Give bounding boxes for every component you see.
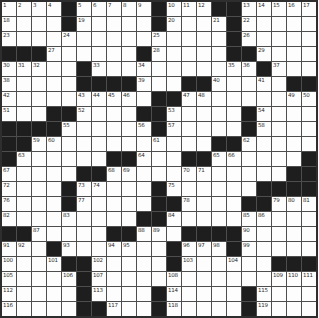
cell-r18-c17[interactable]: [257, 272, 271, 286]
cell-r1-c19[interactable]: [287, 17, 301, 31]
cell-r17-c16[interactable]: [242, 257, 256, 271]
cell-r16-c16[interactable]: 99: [242, 242, 256, 256]
cell-r8-c14[interactable]: [212, 122, 226, 136]
cell-r19-c9[interactable]: [137, 287, 151, 301]
cell-r3-c14[interactable]: [212, 47, 226, 61]
cell-r16-c9[interactable]: [137, 242, 151, 256]
cell-r15-c2[interactable]: 87: [32, 227, 46, 241]
cell-r7-c2[interactable]: [32, 107, 46, 121]
cell-r8-c11[interactable]: 57: [167, 122, 181, 136]
cell-r7-c14[interactable]: [212, 107, 226, 121]
cell-r2-c20[interactable]: [302, 32, 316, 46]
cell-r6-c8[interactable]: 46: [122, 92, 136, 106]
cell-r11-c10[interactable]: [152, 167, 166, 181]
cell-r2-c10[interactable]: 25: [152, 32, 166, 46]
cell-r0-c7[interactable]: 7: [107, 2, 121, 16]
cell-r2-c9[interactable]: [137, 32, 151, 46]
cell-r13-c20[interactable]: 81: [302, 197, 316, 211]
cell-r18-c7[interactable]: [107, 272, 121, 286]
cell-r12-c7[interactable]: [107, 182, 121, 196]
cell-r14-c19[interactable]: [287, 212, 301, 226]
cell-r20-c11[interactable]: 118: [167, 302, 181, 316]
cell-r3-c19[interactable]: [287, 47, 301, 61]
cell-r9-c11[interactable]: [167, 137, 181, 151]
cell-r15-c4[interactable]: [62, 227, 76, 241]
cell-r6-c15[interactable]: [227, 92, 241, 106]
cell-r0-c9[interactable]: 9: [137, 2, 151, 16]
cell-r4-c18[interactable]: 37: [272, 62, 286, 76]
cell-r18-c6[interactable]: 107: [92, 272, 106, 286]
cell-r13-c1[interactable]: [17, 197, 31, 211]
cell-r16-c4[interactable]: 93: [62, 242, 76, 256]
cell-r19-c14[interactable]: [212, 287, 226, 301]
cell-r16-c6[interactable]: [92, 242, 106, 256]
cell-r10-c2[interactable]: [32, 152, 46, 166]
cell-r20-c15[interactable]: [227, 302, 241, 316]
cell-r9-c5[interactable]: [77, 137, 91, 151]
cell-r6-c6[interactable]: 44: [92, 92, 106, 106]
cell-r7-c11[interactable]: 53: [167, 107, 181, 121]
cell-r2-c2[interactable]: [32, 32, 46, 46]
cell-r2-c6[interactable]: [92, 32, 106, 46]
cell-r17-c3[interactable]: 101: [47, 257, 61, 271]
cell-r13-c13[interactable]: [197, 197, 211, 211]
cell-r8-c6[interactable]: [92, 122, 106, 136]
cell-r11-c3[interactable]: [47, 167, 61, 181]
cell-r14-c2[interactable]: [32, 212, 46, 226]
cell-r15-c6[interactable]: [92, 227, 106, 241]
cell-r12-c8[interactable]: [122, 182, 136, 196]
cell-r18-c20[interactable]: 111: [302, 272, 316, 286]
cell-r7-c17[interactable]: 54: [257, 107, 271, 121]
cell-r0-c19[interactable]: 16: [287, 2, 301, 16]
cell-r7-c12[interactable]: [182, 107, 196, 121]
cell-r11-c1[interactable]: [17, 167, 31, 181]
cell-r9-c4[interactable]: [62, 137, 76, 151]
cell-r14-c4[interactable]: 83: [62, 212, 76, 226]
cell-r4-c6[interactable]: 33: [92, 62, 106, 76]
cell-r10-c18[interactable]: [272, 152, 286, 166]
cell-r1-c13[interactable]: [197, 17, 211, 31]
cell-r16-c13[interactable]: 97: [197, 242, 211, 256]
cell-r9-c2[interactable]: 59: [32, 137, 46, 151]
cell-r7-c20[interactable]: [302, 107, 316, 121]
cell-r18-c9[interactable]: [137, 272, 151, 286]
cell-r6-c18[interactable]: [272, 92, 286, 106]
cell-r17-c9[interactable]: [137, 257, 151, 271]
cell-r6-c14[interactable]: [212, 92, 226, 106]
cell-r5-c9[interactable]: 39: [137, 77, 151, 91]
cell-r3-c13[interactable]: [197, 47, 211, 61]
cell-r4-c2[interactable]: 32: [32, 62, 46, 76]
cell-r19-c6[interactable]: 113: [92, 287, 106, 301]
cell-r9-c10[interactable]: 61: [152, 137, 166, 151]
cell-r1-c1[interactable]: [17, 17, 31, 31]
cell-r20-c1[interactable]: [17, 302, 31, 316]
cell-r17-c14[interactable]: [212, 257, 226, 271]
cell-r13-c3[interactable]: [47, 197, 61, 211]
cell-r15-c11[interactable]: [167, 227, 181, 241]
cell-r9-c20[interactable]: [302, 137, 316, 151]
cell-r0-c2[interactable]: 3: [32, 2, 46, 16]
cell-r0-c11[interactable]: 10: [167, 2, 181, 16]
cell-r3-c3[interactable]: 27: [47, 47, 61, 61]
cell-r19-c20[interactable]: [302, 287, 316, 301]
cell-r19-c2[interactable]: [32, 287, 46, 301]
cell-r5-c2[interactable]: [32, 77, 46, 91]
cell-r14-c11[interactable]: 84: [167, 212, 181, 226]
cell-r19-c1[interactable]: [17, 287, 31, 301]
cell-r10-c6[interactable]: [92, 152, 106, 166]
cell-r18-c10[interactable]: [152, 272, 166, 286]
cell-r16-c0[interactable]: 91: [2, 242, 16, 256]
cell-r5-c0[interactable]: 38: [2, 77, 16, 91]
cell-r10-c9[interactable]: 64: [137, 152, 151, 166]
cell-r3-c18[interactable]: [272, 47, 286, 61]
cell-r12-c12[interactable]: [182, 182, 196, 196]
cell-r7-c18[interactable]: [272, 107, 286, 121]
cell-r5-c15[interactable]: [227, 77, 241, 91]
cell-r1-c20[interactable]: [302, 17, 316, 31]
cell-r13-c9[interactable]: [137, 197, 151, 211]
cell-r17-c15[interactable]: 104: [227, 257, 241, 271]
cell-r11-c2[interactable]: [32, 167, 46, 181]
cell-r8-c12[interactable]: [182, 122, 196, 136]
cell-r9-c19[interactable]: [287, 137, 301, 151]
cell-r6-c0[interactable]: 42: [2, 92, 16, 106]
cell-r6-c5[interactable]: 43: [77, 92, 91, 106]
cell-r20-c7[interactable]: 117: [107, 302, 121, 316]
cell-r15-c16[interactable]: 90: [242, 227, 256, 241]
cell-r10-c3[interactable]: [47, 152, 61, 166]
cell-r1-c16[interactable]: 22: [242, 17, 256, 31]
cell-r7-c7[interactable]: [107, 107, 121, 121]
cell-r9-c18[interactable]: [272, 137, 286, 151]
cell-r11-c15[interactable]: [227, 167, 241, 181]
cell-r3-c6[interactable]: [92, 47, 106, 61]
cell-r15-c5[interactable]: [77, 227, 91, 241]
cell-r7-c8[interactable]: [122, 107, 136, 121]
cell-r14-c0[interactable]: 82: [2, 212, 16, 226]
cell-r20-c4[interactable]: [62, 302, 76, 316]
cell-r6-c19[interactable]: 49: [287, 92, 301, 106]
cell-r9-c6[interactable]: [92, 137, 106, 151]
cell-r16-c14[interactable]: 98: [212, 242, 226, 256]
cell-r16-c17[interactable]: [257, 242, 271, 256]
cell-r14-c5[interactable]: [77, 212, 91, 226]
cell-r17-c7[interactable]: [107, 257, 121, 271]
cell-r14-c18[interactable]: [272, 212, 286, 226]
cell-r2-c14[interactable]: [212, 32, 226, 46]
cell-r12-c2[interactable]: [32, 182, 46, 196]
cell-r1-c12[interactable]: [182, 17, 196, 31]
cell-r0-c3[interactable]: 4: [47, 2, 61, 16]
cell-r9-c12[interactable]: [182, 137, 196, 151]
cell-r6-c17[interactable]: [257, 92, 271, 106]
cell-r16-c5[interactable]: [77, 242, 91, 256]
cell-r5-c4[interactable]: [62, 77, 76, 91]
cell-r10-c5[interactable]: [77, 152, 91, 166]
cell-r1-c7[interactable]: [107, 17, 121, 31]
cell-r10-c10[interactable]: [152, 152, 166, 166]
cell-r2-c7[interactable]: [107, 32, 121, 46]
cell-r1-c9[interactable]: [137, 17, 151, 31]
cell-r20-c3[interactable]: [47, 302, 61, 316]
cell-r6-c9[interactable]: [137, 92, 151, 106]
cell-r20-c17[interactable]: 119: [257, 302, 271, 316]
cell-r9-c7[interactable]: [107, 137, 121, 151]
cell-r14-c16[interactable]: 85: [242, 212, 256, 226]
cell-r3-c10[interactable]: 28: [152, 47, 166, 61]
cell-r19-c4[interactable]: [62, 287, 76, 301]
cell-r8-c20[interactable]: [302, 122, 316, 136]
cell-r1-c3[interactable]: [47, 17, 61, 31]
cell-r0-c6[interactable]: 6: [92, 2, 106, 16]
cell-r10-c17[interactable]: [257, 152, 271, 166]
cell-r8-c7[interactable]: [107, 122, 121, 136]
cell-r17-c6[interactable]: 102: [92, 257, 106, 271]
cell-r2-c8[interactable]: [122, 32, 136, 46]
cell-r13-c15[interactable]: [227, 197, 241, 211]
cell-r16-c2[interactable]: [32, 242, 46, 256]
cell-r14-c1[interactable]: [17, 212, 31, 226]
cell-r2-c3[interactable]: [47, 32, 61, 46]
cell-r3-c8[interactable]: [122, 47, 136, 61]
cell-r18-c16[interactable]: [242, 272, 256, 286]
cell-r18-c11[interactable]: 108: [167, 272, 181, 286]
cell-r17-c1[interactable]: [17, 257, 31, 271]
cell-r10-c4[interactable]: [62, 152, 76, 166]
cell-r9-c16[interactable]: 62: [242, 137, 256, 151]
cell-r0-c0[interactable]: 1: [2, 2, 16, 16]
cell-r13-c8[interactable]: [122, 197, 136, 211]
cell-r5-c14[interactable]: 40: [212, 77, 226, 91]
cell-r11-c13[interactable]: 71: [197, 167, 211, 181]
cell-r16-c18[interactable]: [272, 242, 286, 256]
cell-r8-c18[interactable]: [272, 122, 286, 136]
cell-r12-c9[interactable]: [137, 182, 151, 196]
cell-r11-c11[interactable]: [167, 167, 181, 181]
cell-r17-c2[interactable]: [32, 257, 46, 271]
cell-r8-c15[interactable]: [227, 122, 241, 136]
cell-r8-c13[interactable]: [197, 122, 211, 136]
cell-r14-c7[interactable]: [107, 212, 121, 226]
cell-r20-c9[interactable]: [137, 302, 151, 316]
cell-r4-c19[interactable]: [287, 62, 301, 76]
cell-r6-c16[interactable]: [242, 92, 256, 106]
cell-r4-c10[interactable]: [152, 62, 166, 76]
cell-r13-c0[interactable]: 76: [2, 197, 16, 211]
cell-r1-c0[interactable]: 18: [2, 17, 16, 31]
cell-r4-c15[interactable]: 35: [227, 62, 241, 76]
cell-r7-c6[interactable]: [92, 107, 106, 121]
cell-r18-c15[interactable]: [227, 272, 241, 286]
cell-r11-c8[interactable]: 69: [122, 167, 136, 181]
cell-r2-c19[interactable]: [287, 32, 301, 46]
cell-r4-c8[interactable]: [122, 62, 136, 76]
cell-r20-c19[interactable]: [287, 302, 301, 316]
cell-r6-c12[interactable]: 47: [182, 92, 196, 106]
cell-r4-c12[interactable]: [182, 62, 196, 76]
cell-r12-c5[interactable]: 73: [77, 182, 91, 196]
cell-r17-c13[interactable]: [197, 257, 211, 271]
cell-r5-c16[interactable]: [242, 77, 256, 91]
cell-r5-c3[interactable]: [47, 77, 61, 91]
cell-r9-c9[interactable]: [137, 137, 151, 151]
cell-r1-c11[interactable]: 20: [167, 17, 181, 31]
cell-r13-c6[interactable]: [92, 197, 106, 211]
cell-r12-c16[interactable]: [242, 182, 256, 196]
cell-r12-c1[interactable]: [17, 182, 31, 196]
cell-r5-c17[interactable]: 41: [257, 77, 271, 91]
cell-r4-c0[interactable]: 30: [2, 62, 16, 76]
cell-r12-c14[interactable]: [212, 182, 226, 196]
cell-r18-c13[interactable]: [197, 272, 211, 286]
cell-r0-c5[interactable]: 5: [77, 2, 91, 16]
cell-r19-c15[interactable]: [227, 287, 241, 301]
cell-r2-c12[interactable]: [182, 32, 196, 46]
cell-r13-c18[interactable]: 79: [272, 197, 286, 211]
cell-r0-c1[interactable]: 2: [17, 2, 31, 16]
cell-r10-c14[interactable]: 65: [212, 152, 226, 166]
cell-r14-c3[interactable]: [47, 212, 61, 226]
cell-r7-c1[interactable]: [17, 107, 31, 121]
cell-r9-c13[interactable]: [197, 137, 211, 151]
cell-r18-c14[interactable]: [212, 272, 226, 286]
cell-r19-c7[interactable]: [107, 287, 121, 301]
cell-r4-c11[interactable]: [167, 62, 181, 76]
cell-r6-c1[interactable]: [17, 92, 31, 106]
cell-r17-c17[interactable]: [257, 257, 271, 271]
cell-r6-c3[interactable]: [47, 92, 61, 106]
cell-r1-c14[interactable]: 21: [212, 17, 226, 31]
cell-r16-c8[interactable]: 95: [122, 242, 136, 256]
cell-r11-c17[interactable]: [257, 167, 271, 181]
cell-r4-c13[interactable]: [197, 62, 211, 76]
cell-r13-c19[interactable]: 80: [287, 197, 301, 211]
cell-r6-c4[interactable]: [62, 92, 76, 106]
cell-r4-c9[interactable]: 34: [137, 62, 151, 76]
cell-r18-c19[interactable]: 110: [287, 272, 301, 286]
cell-r0-c8[interactable]: 8: [122, 2, 136, 16]
cell-r20-c14[interactable]: [212, 302, 226, 316]
cell-r2-c4[interactable]: 24: [62, 32, 76, 46]
cell-r11-c0[interactable]: 67: [2, 167, 16, 181]
cell-r13-c12[interactable]: 78: [182, 197, 196, 211]
cell-r10-c1[interactable]: 63: [17, 152, 31, 166]
cell-r20-c20[interactable]: [302, 302, 316, 316]
cell-r13-c7[interactable]: [107, 197, 121, 211]
cell-r17-c10[interactable]: [152, 257, 166, 271]
cell-r8-c19[interactable]: [287, 122, 301, 136]
cell-r19-c19[interactable]: [287, 287, 301, 301]
cell-r14-c20[interactable]: [302, 212, 316, 226]
cell-r3-c17[interactable]: 29: [257, 47, 271, 61]
cell-r18-c2[interactable]: [32, 272, 46, 286]
cell-r15-c17[interactable]: [257, 227, 271, 241]
cell-r15-c9[interactable]: 88: [137, 227, 151, 241]
cell-r6-c7[interactable]: 45: [107, 92, 121, 106]
cell-r4-c3[interactable]: [47, 62, 61, 76]
cell-r8-c8[interactable]: [122, 122, 136, 136]
cell-r10-c11[interactable]: [167, 152, 181, 166]
cell-r5-c18[interactable]: [272, 77, 286, 91]
cell-r5-c11[interactable]: [167, 77, 181, 91]
cell-r1-c5[interactable]: 19: [77, 17, 91, 31]
cell-r4-c16[interactable]: 36: [242, 62, 256, 76]
cell-r16-c10[interactable]: [152, 242, 166, 256]
cell-r20-c13[interactable]: [197, 302, 211, 316]
cell-r20-c8[interactable]: [122, 302, 136, 316]
cell-r12-c6[interactable]: 74: [92, 182, 106, 196]
cell-r18-c1[interactable]: [17, 272, 31, 286]
cell-r2-c18[interactable]: [272, 32, 286, 46]
cell-r9-c17[interactable]: [257, 137, 271, 151]
cell-r6-c2[interactable]: [32, 92, 46, 106]
cell-r3-c5[interactable]: [77, 47, 91, 61]
cell-r8-c5[interactable]: [77, 122, 91, 136]
cell-r4-c14[interactable]: [212, 62, 226, 76]
cell-r11-c12[interactable]: 70: [182, 167, 196, 181]
cell-r2-c13[interactable]: [197, 32, 211, 46]
cell-r18-c8[interactable]: [122, 272, 136, 286]
cell-r4-c7[interactable]: [107, 62, 121, 76]
cell-r20-c2[interactable]: [32, 302, 46, 316]
cell-r19-c8[interactable]: [122, 287, 136, 301]
cell-r13-c5[interactable]: 77: [77, 197, 91, 211]
cell-r11-c4[interactable]: [62, 167, 76, 181]
cell-r7-c0[interactable]: 51: [2, 107, 16, 121]
cell-r2-c5[interactable]: [77, 32, 91, 46]
cell-r20-c18[interactable]: [272, 302, 286, 316]
cell-r3-c4[interactable]: [62, 47, 76, 61]
cell-r19-c3[interactable]: [47, 287, 61, 301]
cell-r7-c15[interactable]: [227, 107, 241, 121]
cell-r16-c20[interactable]: [302, 242, 316, 256]
cell-r5-c1[interactable]: [17, 77, 31, 91]
cell-r12-c15[interactable]: [227, 182, 241, 196]
cell-r7-c5[interactable]: 52: [77, 107, 91, 121]
cell-r10-c19[interactable]: [287, 152, 301, 166]
cell-r3-c20[interactable]: [302, 47, 316, 61]
cell-r11-c18[interactable]: [272, 167, 286, 181]
cell-r19-c17[interactable]: 115: [257, 287, 271, 301]
cell-r18-c18[interactable]: 109: [272, 272, 286, 286]
cell-r6-c13[interactable]: 48: [197, 92, 211, 106]
cell-r7-c19[interactable]: [287, 107, 301, 121]
cell-r17-c12[interactable]: 103: [182, 257, 196, 271]
cell-r19-c0[interactable]: 112: [2, 287, 16, 301]
cell-r15-c19[interactable]: [287, 227, 301, 241]
cell-r0-c20[interactable]: 17: [302, 2, 316, 16]
cell-r10-c16[interactable]: [242, 152, 256, 166]
cell-r18-c12[interactable]: [182, 272, 196, 286]
cell-r11-c14[interactable]: [212, 167, 226, 181]
cell-r18-c0[interactable]: 105: [2, 272, 16, 286]
cell-r2-c17[interactable]: [257, 32, 271, 46]
cell-r3-c7[interactable]: [107, 47, 121, 61]
cell-r0-c17[interactable]: 14: [257, 2, 271, 16]
cell-r19-c13[interactable]: [197, 287, 211, 301]
cell-r6-c20[interactable]: 50: [302, 92, 316, 106]
cell-r13-c2[interactable]: [32, 197, 46, 211]
cell-r0-c13[interactable]: 12: [197, 2, 211, 16]
cell-r16-c7[interactable]: 94: [107, 242, 121, 256]
cell-r20-c12[interactable]: [182, 302, 196, 316]
cell-r15-c20[interactable]: [302, 227, 316, 241]
cell-r12-c0[interactable]: 72: [2, 182, 16, 196]
cell-r7-c13[interactable]: [197, 107, 211, 121]
